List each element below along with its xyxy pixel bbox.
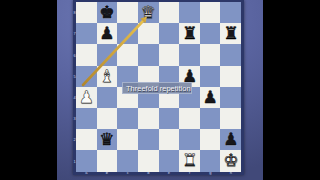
square-b6[interactable] — [97, 44, 118, 65]
square-a2[interactable] — [76, 129, 97, 150]
square-a7[interactable] — [76, 23, 97, 44]
square-e8[interactable] — [159, 2, 180, 23]
square-a8[interactable] — [76, 2, 97, 23]
file-label-g: g — [200, 171, 221, 175]
piece-black-pawn[interactable]: ♟ — [200, 87, 221, 108]
square-c8[interactable] — [117, 2, 138, 23]
square-d3[interactable] — [138, 108, 159, 129]
square-e1[interactable] — [159, 150, 180, 171]
square-b8[interactable]: ♚ — [97, 2, 118, 23]
square-g8[interactable] — [200, 2, 221, 23]
piece-white-rook[interactable]: ♜ — [179, 150, 200, 171]
piece-black-rook[interactable]: ♜ — [179, 23, 200, 44]
square-c1[interactable] — [117, 150, 138, 171]
square-c3[interactable] — [117, 108, 138, 129]
square-b4[interactable] — [97, 87, 118, 108]
piece-white-bishop[interactable]: ♝ — [97, 66, 118, 87]
piece-white-queen[interactable]: ♛ — [138, 2, 159, 23]
square-d1[interactable] — [138, 150, 159, 171]
square-b7[interactable]: ♟ — [97, 23, 118, 44]
file-label-b: b — [97, 171, 118, 175]
chess-app-frame: 87654321 abcdefgh ♚♛♟♜♜♝♟♟♟♛♟♜♚ Threefol… — [0, 0, 320, 180]
piece-black-queen[interactable]: ♛ — [97, 129, 118, 150]
square-d6[interactable] — [138, 44, 159, 65]
square-h3[interactable] — [220, 108, 241, 129]
file-label-a: a — [76, 171, 97, 175]
file-label-h: h — [221, 171, 242, 175]
square-b1[interactable] — [97, 150, 118, 171]
square-h1[interactable]: ♚ — [220, 150, 241, 171]
file-label-e: e — [159, 171, 180, 175]
threefold-repetition-tooltip: Threefold repetition — [122, 82, 192, 94]
square-d2[interactable] — [138, 129, 159, 150]
square-g4[interactable]: ♟ — [200, 87, 221, 108]
square-c6[interactable] — [117, 44, 138, 65]
file-label-d: d — [138, 171, 159, 175]
square-h7[interactable]: ♜ — [220, 23, 241, 44]
square-f2[interactable] — [179, 129, 200, 150]
square-h5[interactable] — [220, 66, 241, 87]
piece-white-pawn[interactable]: ♟ — [76, 87, 97, 108]
square-f6[interactable] — [179, 44, 200, 65]
square-h8[interactable] — [220, 2, 241, 23]
file-label-c: c — [117, 171, 138, 175]
square-g2[interactable] — [200, 129, 221, 150]
piece-black-rook[interactable]: ♜ — [220, 23, 241, 44]
square-g7[interactable] — [200, 23, 221, 44]
square-a3[interactable] — [76, 108, 97, 129]
square-a6[interactable] — [76, 44, 97, 65]
square-h2[interactable]: ♟ — [220, 129, 241, 150]
square-h4[interactable] — [220, 87, 241, 108]
square-b5[interactable]: ♝ — [97, 66, 118, 87]
square-e3[interactable] — [159, 108, 180, 129]
square-g1[interactable] — [200, 150, 221, 171]
square-b2[interactable]: ♛ — [97, 129, 118, 150]
file-coordinates: abcdefgh — [76, 171, 241, 175]
file-label-f: f — [179, 171, 200, 175]
piece-black-pawn[interactable]: ♟ — [97, 23, 118, 44]
square-a1[interactable] — [76, 150, 97, 171]
square-b3[interactable] — [97, 108, 118, 129]
square-e2[interactable] — [159, 129, 180, 150]
square-g6[interactable] — [200, 44, 221, 65]
square-f1[interactable]: ♜ — [179, 150, 200, 171]
square-d8[interactable]: ♛ — [138, 2, 159, 23]
square-a4[interactable]: ♟ — [76, 87, 97, 108]
piece-black-king[interactable]: ♚ — [97, 2, 118, 23]
square-d7[interactable] — [138, 23, 159, 44]
square-h6[interactable] — [220, 44, 241, 65]
square-e7[interactable] — [159, 23, 180, 44]
square-e6[interactable] — [159, 44, 180, 65]
square-g5[interactable] — [200, 66, 221, 87]
piece-white-king[interactable]: ♚ — [220, 150, 241, 171]
square-f8[interactable] — [179, 2, 200, 23]
square-f7[interactable]: ♜ — [179, 23, 200, 44]
square-c7[interactable] — [117, 23, 138, 44]
square-a5[interactable] — [76, 66, 97, 87]
square-f3[interactable] — [179, 108, 200, 129]
square-g3[interactable] — [200, 108, 221, 129]
piece-black-pawn[interactable]: ♟ — [220, 129, 241, 150]
square-c2[interactable] — [117, 129, 138, 150]
